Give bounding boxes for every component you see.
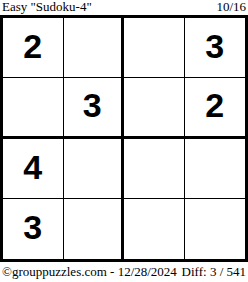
cell-r2c2: 3 — [64, 78, 125, 138]
cell-r3c3[interactable] — [124, 139, 185, 199]
copyright-text: ©grouppuzzles.com - 12/28/2024 — [2, 264, 177, 279]
cell-r4c3[interactable] — [124, 199, 185, 259]
cell-r1c4: 3 — [185, 18, 246, 78]
puzzle-page: Easy "Sudoku-4" 10/16 2 3 3 2 4 3 ©group… — [0, 0, 248, 282]
difficulty-text: Diff: 3 / 541 — [182, 264, 246, 279]
cell-r3c4[interactable] — [185, 139, 246, 199]
cell-r1c3[interactable] — [124, 18, 185, 78]
cell-r2c3[interactable] — [124, 78, 185, 138]
cell-r4c2[interactable] — [64, 199, 125, 259]
cell-r4c1: 3 — [3, 199, 64, 259]
cell-r4c4[interactable] — [185, 199, 246, 259]
cell-r3c2[interactable] — [64, 139, 125, 199]
puzzle-title: Easy "Sudoku-4" — [2, 0, 92, 14]
cell-r2c4: 2 — [185, 78, 246, 138]
cell-r3c1: 4 — [3, 139, 64, 199]
footer: ©grouppuzzles.com - 12/28/2024 Diff: 3 /… — [0, 264, 248, 279]
sudoku-board: 2 3 3 2 4 3 — [0, 15, 248, 262]
puzzle-counter: 10/16 — [216, 0, 246, 14]
cell-r2c1[interactable] — [3, 78, 64, 138]
header: Easy "Sudoku-4" 10/16 — [0, 0, 248, 15]
cell-r1c2[interactable] — [64, 18, 125, 78]
cell-r1c1: 2 — [3, 18, 64, 78]
